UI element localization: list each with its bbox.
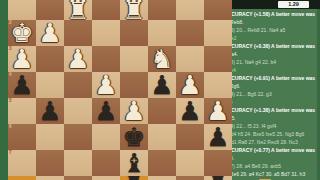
square-c8[interactable] — [148, 176, 176, 180]
white-pawn-f3[interactable]: ♟ — [66, 46, 89, 72]
square-d1[interactable]: ♜ — [120, 0, 148, 20]
analysis-line: (+0.34) 21... Bg6 22. g3 — [232, 90, 317, 98]
square-f6[interactable] — [64, 124, 92, 150]
square-b3[interactable] — [176, 46, 204, 72]
analysis-line: 21... Bg6. — [232, 82, 317, 90]
square-b4[interactable]: ♟ — [176, 72, 204, 98]
square-b7[interactable] — [176, 150, 204, 176]
square-d5[interactable]: ♟ — [120, 98, 148, 124]
square-h1[interactable] — [8, 0, 36, 20]
square-f1[interactable]: ♜ — [64, 0, 92, 20]
square-b2[interactable] — [176, 20, 204, 46]
square-b8[interactable] — [176, 176, 204, 180]
square-e3[interactable] — [92, 46, 120, 72]
move-text: 33. Bd2 Rb8 — [271, 179, 300, 180]
move-text: 31... Rd8 32. Kh2 — [232, 179, 259, 180]
square-g4[interactable] — [36, 72, 64, 98]
inaccuracy-header: INACCURACY (+0.38) A better move was — [232, 42, 317, 50]
square-f3[interactable]: ♟ — [64, 46, 92, 72]
white-pawn-d5[interactable]: ♟ — [122, 98, 145, 124]
white-pawn-b4[interactable]: ♟ — [178, 72, 201, 98]
square-a3[interactable] — [204, 46, 232, 72]
black-pawn-g5[interactable]: ♟ — [38, 98, 61, 124]
square-h5[interactable]: 5 — [8, 98, 36, 124]
black-pawn-c4[interactable]: ♟ — [150, 72, 173, 98]
square-f4[interactable] — [64, 72, 92, 98]
analysis-line: 22... f5. — [232, 114, 317, 122]
square-b1[interactable] — [176, 0, 204, 20]
analysis-line: (+0.47) 28. a4 Be6 29. axb5 — [232, 162, 317, 170]
black-king-d6[interactable]: ♚ — [122, 124, 145, 150]
square-a6[interactable]: ♟ — [204, 124, 232, 150]
square-a4[interactable] — [204, 72, 232, 98]
inaccuracy-header: INACCURACY (+0.77) A better move was — [232, 146, 317, 154]
square-e7[interactable] — [92, 150, 120, 176]
rank-label-6: 6 — [9, 125, 12, 130]
square-e6[interactable] — [92, 124, 120, 150]
analysis-move-list[interactable]: INACCURACY (+1.58) A better move was20..… — [232, 10, 317, 180]
played-move[interactable]: 22. c4 — [232, 98, 317, 106]
white-pawn-g2[interactable]: ♟ — [38, 20, 61, 46]
current-move-highlight[interactable]: Rh8 — [259, 179, 270, 180]
left-edge-strip — [0, 0, 8, 180]
square-d3[interactable] — [120, 46, 148, 72]
white-rook-d1[interactable]: ♜ — [122, 0, 145, 20]
white-pawn-h3[interactable]: ♟ — [10, 46, 33, 72]
chess-board[interactable]: ♜♜2♚♟3♟♟♞4♟♟♟♟5♟♟♟♟♟6♚♟7♝♜♜ — [8, 0, 232, 180]
played-move[interactable]: 21. Ne2 — [232, 34, 317, 42]
black-rook-d8[interactable]: ♜ — [122, 176, 145, 180]
analysis-line: 21. Na4. — [232, 50, 317, 58]
square-h2[interactable]: 2♚ — [8, 20, 36, 46]
square-e8[interactable] — [92, 176, 120, 180]
square-h8[interactable] — [8, 176, 36, 180]
white-knight-c3[interactable]: ♞ — [150, 46, 173, 72]
analysis-line: (+0.74) 22... f5 23. f4 gxf4 — [232, 122, 317, 130]
square-d6[interactable]: ♚ — [120, 124, 148, 150]
square-c2[interactable] — [148, 20, 176, 46]
square-g6[interactable] — [36, 124, 64, 150]
rank-label-7: 7 — [9, 151, 12, 156]
square-c4[interactable]: ♟ — [148, 72, 176, 98]
square-d2[interactable] — [120, 20, 148, 46]
inaccuracy-header: INACCURACY (+1.38) A better move was — [232, 106, 317, 114]
square-a1[interactable] — [204, 0, 232, 20]
square-h7[interactable]: 7 — [8, 150, 36, 176]
rank-label-4: 4 — [9, 73, 12, 78]
white-king-h2[interactable]: ♚ — [10, 20, 33, 46]
square-c3[interactable]: ♞ — [148, 46, 176, 72]
black-pawn-e5[interactable]: ♟ — [94, 98, 117, 124]
panel-top-bar: 1.29 — [232, 0, 320, 9]
rank-label-5: 5 — [9, 99, 12, 104]
black-pawn-b5[interactable]: ♟ — [178, 98, 201, 124]
square-h3[interactable]: 3♟ — [8, 46, 36, 72]
square-d8[interactable]: ♜ — [120, 176, 148, 180]
black-bishop-d7[interactable]: ♝ — [122, 150, 145, 176]
square-c5[interactable] — [148, 98, 176, 124]
analysis-line[interactable]: 31... Rd8 32. Kh2 Rh8 33. Bd2 Rb8 — [232, 178, 317, 180]
square-f2[interactable] — [64, 20, 92, 46]
analysis-line: 26. Rd1 Ra8 27. Ne2 Rec8 28. Nc3 — [232, 138, 317, 146]
square-a5[interactable]: ♟ — [204, 98, 232, 124]
square-g3[interactable] — [36, 46, 64, 72]
square-b6[interactable] — [176, 124, 204, 150]
square-a7[interactable] — [204, 150, 232, 176]
square-g8[interactable] — [36, 176, 64, 180]
square-f5[interactable] — [64, 98, 92, 124]
black-pawn-a6[interactable]: ♟ — [206, 124, 229, 150]
square-a2[interactable] — [204, 20, 232, 46]
square-d7[interactable]: ♝ — [120, 150, 148, 176]
square-g1[interactable] — [36, 0, 64, 20]
rank-label-3: 3 — [9, 47, 12, 52]
analysis-line: 23. Bd4 h5 24. Bxe5 fxe5 25. Ng3 Bg6 — [232, 130, 317, 138]
square-g5[interactable]: ♟ — [36, 98, 64, 124]
rank-label-2: 2 — [9, 21, 12, 26]
square-e1[interactable] — [92, 0, 120, 20]
black-rook-a8[interactable]: ♜ — [206, 176, 229, 180]
square-a8[interactable]: ♜ — [204, 176, 232, 180]
square-h4[interactable]: 4♟ — [8, 72, 36, 98]
black-pawn-h4[interactable]: ♟ — [10, 72, 33, 98]
square-c6[interactable] — [148, 124, 176, 150]
square-e2[interactable] — [92, 20, 120, 46]
analysis-line: (+0.98) 21. Na4 g4 22. b4 — [232, 58, 317, 66]
square-f7[interactable] — [64, 150, 92, 176]
square-b5[interactable]: ♟ — [176, 98, 204, 124]
square-e5[interactable]: ♟ — [92, 98, 120, 124]
analysis-line: 28... Be6 29. a4 Kc7 30. a5 Bd7 31. h3 — [232, 170, 317, 178]
square-e4[interactable]: ♟ — [92, 72, 120, 98]
white-pawn-e4[interactable]: ♟ — [94, 72, 117, 98]
white-rook-f1[interactable]: ♜ — [66, 0, 89, 20]
inaccuracy-header: INACCURACY (+0.91) A better move was — [232, 74, 317, 82]
chess-analysis-screen: { "game": "chess", "app": { "eval_badge"… — [0, 0, 320, 180]
square-d4[interactable] — [120, 72, 148, 98]
square-c1[interactable] — [148, 0, 176, 20]
analysis-line: 20... Reb8. — [232, 18, 317, 26]
analysis-line: (+0.83) 20... Reb8 21. Na4 a5 — [232, 26, 317, 34]
engine-eval-badge: 1.29 — [278, 1, 309, 8]
analysis-panel: 1.29 INACCURACY (+1.58) A better move wa… — [232, 0, 320, 180]
square-c7[interactable] — [148, 150, 176, 176]
square-f8[interactable] — [64, 176, 92, 180]
inaccuracy-header: INACCURACY (+1.58) A better move was — [232, 10, 317, 18]
square-g7[interactable] — [36, 150, 64, 176]
white-pawn-a5[interactable]: ♟ — [206, 98, 229, 124]
square-g2[interactable]: ♟ — [36, 20, 64, 46]
analysis-line: 28. a4. — [232, 154, 317, 162]
played-move[interactable]: 21... h4 — [232, 66, 317, 74]
square-h6[interactable]: 6 — [8, 124, 36, 150]
